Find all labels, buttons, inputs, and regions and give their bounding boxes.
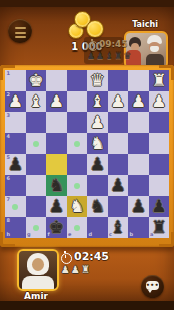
square-d6[interactable] [87, 175, 108, 196]
square-a4[interactable] [149, 133, 170, 154]
rank-label: 5 [7, 155, 10, 160]
square-b5[interactable] [128, 154, 149, 175]
opponent-clock: 09:45 [99, 39, 128, 49]
board-grid[interactable]: 1♚♛♜2♟♝♟♝♟♟♟3♟4♞5♟♟6♞♟7♟♞♞♟♟8hgf♚edc♝ba♜ [5, 70, 169, 238]
square-e7[interactable]: ♞ [67, 196, 88, 217]
square-h6[interactable]: 6 [5, 175, 26, 196]
square-b7[interactable]: ♟ [128, 196, 149, 217]
square-d1[interactable]: ♛ [87, 70, 108, 91]
square-a8[interactable]: a♜ [149, 217, 170, 238]
square-c1[interactable] [108, 70, 129, 91]
square-c2[interactable]: ♟ [108, 91, 129, 112]
black-pawn[interactable]: ♟ [108, 175, 129, 196]
square-h8[interactable]: 8h [5, 217, 26, 238]
square-f4[interactable] [46, 133, 67, 154]
square-c8[interactable]: c♝ [108, 217, 129, 238]
square-b6[interactable] [128, 175, 149, 196]
captured-black-pawn: ♟ [96, 51, 104, 61]
black-pawn[interactable]: ♟ [149, 196, 170, 217]
app-screen: 1 000 Taichi 09:45 ♟♟♝♜♛ 1♚♛♜2♟♝♟♝♟♟♟3♟4… [0, 0, 174, 310]
captured-white-pawn: ♟ [61, 264, 70, 275]
white-bishop[interactable]: ♝ [87, 91, 108, 112]
file-label: c [109, 232, 112, 237]
chat-button[interactable]: ••• [141, 275, 164, 298]
black-pawn[interactable]: ♟ [87, 154, 108, 175]
square-c6[interactable]: ♟ [108, 175, 129, 196]
square-f6[interactable]: ♞ [46, 175, 67, 196]
square-g2[interactable]: ♝ [26, 91, 47, 112]
player-name: Amir [11, 291, 61, 301]
player-clock: 02:45 [74, 250, 109, 263]
top-status-strip [0, 0, 174, 7]
file-label: g [27, 232, 31, 237]
file-label: e [68, 232, 71, 237]
square-a3[interactable] [149, 112, 170, 133]
captured-white-pawn: ♟ [71, 264, 80, 275]
opponent-avatar[interactable] [124, 31, 168, 69]
square-f3[interactable] [46, 112, 67, 133]
square-g5[interactable] [26, 154, 47, 175]
white-king[interactable]: ♚ [26, 70, 47, 91]
file-label: h [7, 232, 11, 237]
square-b3[interactable] [128, 112, 149, 133]
square-e8[interactable]: e [67, 217, 88, 238]
square-c3[interactable] [108, 112, 129, 133]
square-b1[interactable] [128, 70, 149, 91]
file-label: b [130, 232, 134, 237]
square-a7[interactable]: ♟ [149, 196, 170, 217]
square-f5[interactable] [46, 154, 67, 175]
board-frame: 1♚♛♜2♟♝♟♝♟♟♟3♟4♞5♟♟6♞♟7♟♞♞♟♟8hgf♚edc♝ba♜ [0, 65, 174, 247]
rank-label: 2 [7, 92, 10, 97]
square-f8[interactable]: f♚ [46, 217, 67, 238]
rank-label: 6 [7, 176, 10, 181]
white-pawn[interactable]: ♟ [108, 91, 129, 112]
square-a6[interactable] [149, 175, 170, 196]
rank-label: 1 [7, 71, 10, 76]
square-f1[interactable] [46, 70, 67, 91]
square-e2[interactable] [67, 91, 88, 112]
square-c7[interactable] [108, 196, 129, 217]
player-captured-tray: ♟♟♜ [61, 264, 91, 275]
rank-label: 8 [7, 218, 10, 223]
square-c5[interactable] [108, 154, 129, 175]
menu-button[interactable] [8, 19, 32, 43]
square-c4[interactable] [108, 133, 129, 154]
square-d3[interactable]: ♟ [87, 112, 108, 133]
square-h1[interactable]: 1 [5, 70, 26, 91]
square-h2[interactable]: 2♟ [5, 91, 26, 112]
rank-label: 7 [7, 197, 10, 202]
rank-label: 3 [7, 113, 10, 118]
rank-label: 4 [7, 134, 10, 139]
square-h4[interactable]: 4 [5, 133, 26, 154]
square-b2[interactable]: ♟ [128, 91, 149, 112]
square-g8[interactable]: g [26, 217, 47, 238]
square-d5[interactable]: ♟ [87, 154, 108, 175]
white-rook[interactable]: ♜ [149, 70, 170, 91]
bottom-strip [0, 301, 174, 310]
square-b4[interactable] [128, 133, 149, 154]
player-avatar[interactable] [17, 249, 59, 291]
square-d8[interactable]: d [87, 217, 108, 238]
file-label: a [150, 232, 153, 237]
file-label: f [48, 232, 50, 237]
square-f7[interactable]: ♟ [46, 196, 67, 217]
white-bishop[interactable]: ♝ [26, 91, 47, 112]
captured-black-pawn: ♟ [87, 51, 95, 61]
white-pawn[interactable]: ♟ [149, 91, 170, 112]
captured-black-bishop: ♝ [105, 51, 113, 61]
square-d4[interactable]: ♞ [87, 133, 108, 154]
square-e6[interactable] [67, 175, 88, 196]
square-g6[interactable] [26, 175, 47, 196]
square-h7[interactable]: 7 [5, 196, 26, 217]
square-a1[interactable]: ♜ [149, 70, 170, 91]
square-e5[interactable] [67, 154, 88, 175]
stopwatch-icon [61, 253, 72, 264]
black-knight[interactable]: ♞ [87, 196, 108, 217]
opponent-name: Taichi [122, 20, 168, 29]
file-label: d [89, 232, 93, 237]
square-g3[interactable] [26, 112, 47, 133]
square-g1[interactable]: ♚ [26, 70, 47, 91]
captured-white-rook: ♜ [81, 264, 90, 275]
square-e4[interactable] [67, 133, 88, 154]
square-a2[interactable]: ♟ [149, 91, 170, 112]
square-h3[interactable]: 3 [5, 112, 26, 133]
square-h5[interactable]: 5♟ [5, 154, 26, 175]
white-queen[interactable]: ♛ [87, 70, 108, 91]
white-pawn[interactable]: ♟ [87, 112, 108, 133]
white-pawn[interactable]: ♟ [46, 91, 67, 112]
captured-black-rook: ♜ [114, 51, 122, 61]
black-pawn[interactable]: ♟ [128, 196, 149, 217]
black-knight[interactable]: ♞ [46, 175, 67, 196]
square-b8[interactable]: b [128, 217, 149, 238]
white-knight[interactable]: ♞ [87, 133, 108, 154]
black-pawn[interactable]: ♟ [46, 196, 67, 217]
stopwatch-icon [88, 41, 98, 51]
captured-black-queen: ♛ [123, 51, 131, 61]
hamburger-icon [15, 27, 26, 29]
square-e3[interactable] [67, 112, 88, 133]
white-knight[interactable]: ♞ [67, 196, 88, 217]
speech-bubble-ellipsis-icon: ••• [146, 281, 159, 290]
square-a5[interactable] [149, 154, 170, 175]
opponent-captured-tray: ♟♟♝♜♛ [87, 51, 132, 61]
square-f2[interactable]: ♟ [46, 91, 67, 112]
square-g4[interactable] [26, 133, 47, 154]
square-e1[interactable] [67, 70, 88, 91]
square-d7[interactable]: ♞ [87, 196, 108, 217]
square-g7[interactable] [26, 196, 47, 217]
white-pawn[interactable]: ♟ [128, 91, 149, 112]
square-d2[interactable]: ♝ [87, 91, 108, 112]
